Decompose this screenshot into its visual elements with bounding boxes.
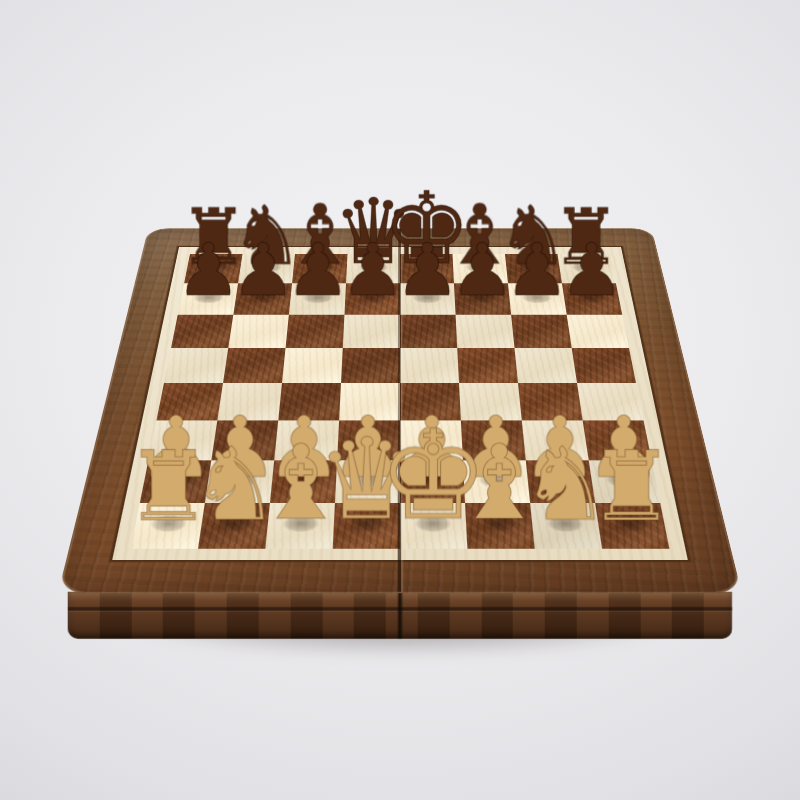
square-d7[interactable] bbox=[344, 283, 400, 314]
piece-white-knight-g1[interactable]: ♞ bbox=[530, 503, 602, 549]
square-b8[interactable] bbox=[238, 254, 295, 284]
square-c8[interactable] bbox=[292, 254, 347, 284]
square-f5[interactable] bbox=[457, 348, 518, 383]
square-a7[interactable] bbox=[178, 283, 238, 314]
white-knight-glyph: ♞ bbox=[485, 444, 645, 525]
square-a6[interactable] bbox=[171, 315, 233, 348]
box-front-side bbox=[68, 592, 733, 639]
box-center-seam bbox=[397, 592, 403, 639]
piece-white-knight-b1[interactable]: ♞ bbox=[198, 503, 270, 549]
square-b7[interactable] bbox=[233, 283, 292, 314]
scene-3d: ♜♞♝♛♚♝♞♜♟♟♟♟♟♟♟♟♟♟♟♟♟♟♟♟♜♞♝♛♚♝♞♜ bbox=[0, 0, 800, 800]
square-d8[interactable] bbox=[346, 254, 400, 284]
square-h6[interactable] bbox=[567, 315, 629, 348]
square-b6[interactable] bbox=[228, 315, 289, 348]
square-h5[interactable] bbox=[572, 348, 636, 383]
square-d5[interactable] bbox=[341, 348, 400, 383]
square-g7[interactable] bbox=[508, 283, 567, 314]
square-h8[interactable] bbox=[557, 254, 615, 284]
square-g8[interactable] bbox=[505, 254, 562, 284]
square-h7[interactable] bbox=[562, 283, 622, 314]
square-g6[interactable] bbox=[511, 315, 572, 348]
square-g5[interactable] bbox=[514, 348, 577, 383]
square-c5[interactable] bbox=[282, 348, 343, 383]
square-a5[interactable] bbox=[164, 348, 228, 383]
square-e6[interactable] bbox=[400, 315, 457, 348]
photo-canvas: ♜♞♝♛♚♝♞♜♟♟♟♟♟♟♟♟♟♟♟♟♟♟♟♟♜♞♝♛♚♝♞♜ bbox=[0, 0, 800, 800]
square-e8[interactable] bbox=[400, 254, 454, 284]
square-e5[interactable] bbox=[400, 348, 459, 383]
square-e7[interactable] bbox=[400, 283, 456, 314]
square-c6[interactable] bbox=[286, 315, 345, 348]
square-d6[interactable] bbox=[343, 315, 400, 348]
square-f8[interactable] bbox=[452, 254, 507, 284]
square-a8[interactable] bbox=[184, 254, 242, 284]
square-f6[interactable] bbox=[456, 315, 515, 348]
square-c7[interactable] bbox=[289, 283, 346, 314]
square-f7[interactable] bbox=[454, 283, 511, 314]
chess-board: ♜♞♝♛♚♝♞♜♟♟♟♟♟♟♟♟♟♟♟♟♟♟♟♟♜♞♝♛♚♝♞♜ bbox=[58, 228, 742, 593]
square-b5[interactable] bbox=[223, 348, 286, 383]
piece-white-king-e1[interactable]: ♚ bbox=[400, 503, 467, 549]
